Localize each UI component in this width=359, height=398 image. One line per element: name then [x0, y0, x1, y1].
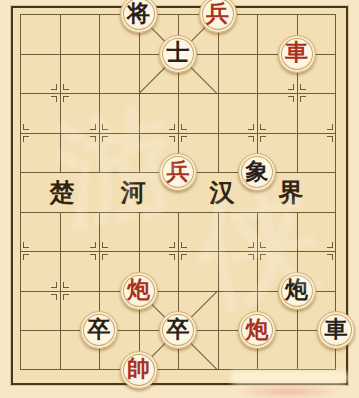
star-point-marker — [260, 136, 266, 142]
star-point-marker — [288, 96, 294, 102]
star-point-marker — [23, 136, 29, 142]
red-general-piece[interactable]: 帥 — [120, 351, 158, 389]
star-point-marker — [169, 136, 175, 142]
star-point-marker — [248, 124, 254, 130]
piece-glyph: 卒 — [167, 318, 190, 341]
star-point-marker — [90, 124, 96, 130]
river-label: 楚 — [50, 176, 75, 209]
piece-glyph: 兵 — [206, 2, 229, 25]
piece-glyph: 卒 — [88, 318, 111, 341]
piece-glyph: 炮 — [246, 318, 269, 341]
river-label: 河 — [121, 176, 146, 209]
star-point-marker — [90, 136, 96, 142]
star-point-marker — [327, 242, 333, 248]
board-cell — [20, 14, 60, 54]
star-point-marker — [327, 254, 333, 260]
star-point-marker — [102, 136, 108, 142]
black-advisor-piece[interactable]: 士 — [159, 35, 197, 73]
board-cell — [218, 54, 258, 94]
star-point-marker — [300, 96, 306, 102]
river-label: 界 — [279, 176, 304, 209]
board-cell — [60, 14, 100, 54]
board-cell — [99, 54, 139, 94]
star-point-marker — [90, 242, 96, 248]
piece-glyph: 将 — [127, 2, 150, 25]
star-point-marker — [248, 242, 254, 248]
black-chariot-piece[interactable]: 車 — [317, 311, 355, 349]
star-point-marker — [169, 242, 175, 248]
star-point-marker — [181, 242, 187, 248]
watermark-smudge — [230, 371, 348, 384]
board-cell — [20, 330, 60, 370]
black-elephant-piece[interactable]: 象 — [238, 153, 276, 191]
piece-glyph: 帥 — [127, 357, 150, 380]
xiangqi-board: 楚河汉界 将兵士車兵象炮炮卒卒炮車帥 游侠 — [0, 0, 359, 398]
star-point-marker — [23, 124, 29, 130]
star-point-marker — [51, 84, 57, 90]
star-point-marker — [327, 136, 333, 142]
star-point-marker — [181, 254, 187, 260]
star-point-marker — [51, 282, 57, 288]
star-point-marker — [169, 254, 175, 260]
star-point-marker — [23, 242, 29, 248]
red-chariot-piece[interactable]: 車 — [278, 35, 316, 73]
star-point-marker — [248, 136, 254, 142]
star-point-marker — [51, 96, 57, 102]
star-point-marker — [248, 254, 254, 260]
black-soldier-piece[interactable]: 卒 — [159, 311, 197, 349]
star-point-marker — [63, 282, 69, 288]
piece-glyph: 車 — [325, 318, 348, 341]
watermark-smudge-pink — [235, 385, 340, 398]
star-point-marker — [102, 254, 108, 260]
star-point-marker — [181, 124, 187, 130]
star-point-marker — [169, 124, 175, 130]
star-point-marker — [181, 136, 187, 142]
star-point-marker — [260, 124, 266, 130]
red-cannon-piece[interactable]: 炮 — [238, 311, 276, 349]
star-point-marker — [102, 124, 108, 130]
star-point-marker — [260, 242, 266, 248]
star-point-marker — [63, 96, 69, 102]
star-point-marker — [63, 294, 69, 300]
piece-glyph: 炮 — [127, 278, 150, 301]
piece-glyph: 象 — [246, 160, 269, 183]
black-cannon-piece[interactable]: 炮 — [278, 272, 316, 310]
piece-glyph: 炮 — [285, 278, 308, 301]
star-point-marker — [300, 84, 306, 90]
star-point-marker — [51, 294, 57, 300]
piece-glyph: 兵 — [167, 160, 190, 183]
star-point-marker — [327, 124, 333, 130]
star-point-marker — [102, 242, 108, 248]
piece-glyph: 車 — [285, 41, 308, 64]
star-point-marker — [23, 254, 29, 260]
star-point-marker — [260, 254, 266, 260]
star-point-marker — [288, 84, 294, 90]
river-label: 汉 — [210, 176, 235, 209]
piece-glyph: 士 — [167, 41, 190, 64]
black-soldier-piece[interactable]: 卒 — [80, 311, 118, 349]
star-point-marker — [63, 84, 69, 90]
red-cannon-piece[interactable]: 炮 — [120, 272, 158, 310]
star-point-marker — [90, 254, 96, 260]
red-soldier-piece[interactable]: 兵 — [159, 153, 197, 191]
